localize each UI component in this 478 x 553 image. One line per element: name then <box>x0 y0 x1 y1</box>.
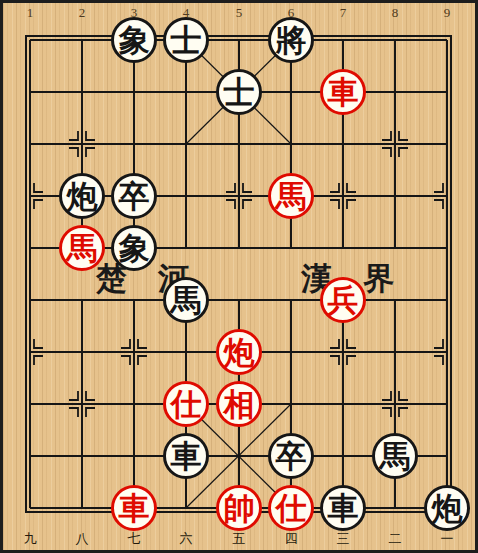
xiangqi-board[interactable]: 123456789 九八七六五四三二一 楚河 漢界 象士將士車炮卒馬馬象馬兵炮仕… <box>0 0 478 553</box>
red-chariot[interactable]: 車 <box>111 485 157 531</box>
file-label-bottom: 七 <box>123 532 145 546</box>
black-soldier[interactable]: 卒 <box>111 173 157 219</box>
file-label-top: 1 <box>19 6 41 20</box>
red-cannon[interactable]: 炮 <box>216 329 262 375</box>
file-label-bottom: 二 <box>384 532 406 546</box>
file-label-top: 7 <box>332 6 354 20</box>
file-label-bottom: 八 <box>71 532 93 546</box>
black-elephant[interactable]: 象 <box>111 17 157 63</box>
file-label-bottom: 四 <box>280 532 302 546</box>
red-general[interactable]: 帥 <box>216 485 262 531</box>
file-label-bottom: 五 <box>228 532 250 546</box>
file-label-bottom: 一 <box>436 532 458 546</box>
red-advisor[interactable]: 仕 <box>268 485 314 531</box>
file-label-top: 2 <box>71 6 93 20</box>
red-advisor[interactable]: 仕 <box>163 381 209 427</box>
red-horse[interactable]: 馬 <box>59 225 105 271</box>
black-cannon[interactable]: 炮 <box>424 485 470 531</box>
red-soldier[interactable]: 兵 <box>320 277 366 323</box>
black-horse[interactable]: 馬 <box>163 277 209 323</box>
black-horse[interactable]: 馬 <box>372 433 418 479</box>
black-soldier[interactable]: 卒 <box>268 433 314 479</box>
black-chariot[interactable]: 車 <box>163 433 209 479</box>
file-label-bottom: 六 <box>175 532 197 546</box>
black-cannon[interactable]: 炮 <box>59 173 105 219</box>
red-horse[interactable]: 馬 <box>268 173 314 219</box>
black-advisor[interactable]: 士 <box>216 69 262 115</box>
file-label-top: 5 <box>228 6 250 20</box>
file-label-bottom: 三 <box>332 532 354 546</box>
file-label-top: 9 <box>436 6 458 20</box>
black-advisor[interactable]: 士 <box>163 17 209 63</box>
file-label-bottom: 九 <box>19 532 41 546</box>
black-general[interactable]: 將 <box>268 17 314 63</box>
red-chariot[interactable]: 車 <box>320 69 366 115</box>
black-elephant[interactable]: 象 <box>111 225 157 271</box>
black-chariot[interactable]: 車 <box>320 485 366 531</box>
file-label-top: 8 <box>384 6 406 20</box>
red-elephant[interactable]: 相 <box>216 381 262 427</box>
